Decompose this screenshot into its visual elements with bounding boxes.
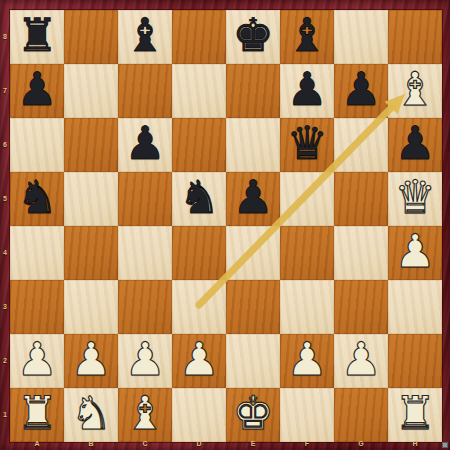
- square-d4[interactable]: [172, 226, 226, 280]
- piece-white-knight-b1[interactable]: ♞: [70, 390, 111, 436]
- square-h7[interactable]: ♝: [388, 64, 442, 118]
- file-label-f: F: [280, 440, 334, 447]
- rank-label-4: 4: [0, 249, 10, 256]
- square-e3[interactable]: [226, 280, 280, 334]
- piece-white-pawn-d2[interactable]: ♟: [178, 336, 219, 382]
- rank-label-7: 7: [0, 87, 10, 94]
- square-b8[interactable]: [64, 10, 118, 64]
- square-e1[interactable]: ♚: [226, 388, 280, 442]
- square-g6[interactable]: [334, 118, 388, 172]
- square-a1[interactable]: ♜: [10, 388, 64, 442]
- piece-white-rook-h1[interactable]: ♜: [394, 390, 435, 436]
- piece-white-bishop-h7[interactable]: ♝: [394, 66, 435, 112]
- square-a7[interactable]: ♟: [10, 64, 64, 118]
- piece-white-pawn-a2[interactable]: ♟: [16, 336, 57, 382]
- square-d8[interactable]: [172, 10, 226, 64]
- square-h4[interactable]: ♟: [388, 226, 442, 280]
- square-a3[interactable]: [10, 280, 64, 334]
- square-a8[interactable]: ♜: [10, 10, 64, 64]
- square-b7[interactable]: [64, 64, 118, 118]
- square-f5[interactable]: [280, 172, 334, 226]
- square-g7[interactable]: ♟: [334, 64, 388, 118]
- piece-black-bishop-c8[interactable]: ♝: [124, 12, 165, 58]
- file-label-a: A: [10, 440, 64, 447]
- piece-black-rook-a8[interactable]: ♜: [16, 12, 57, 58]
- square-h3[interactable]: [388, 280, 442, 334]
- piece-black-pawn-h6[interactable]: ♟: [394, 120, 435, 166]
- square-g1[interactable]: [334, 388, 388, 442]
- square-d5[interactable]: ♞: [172, 172, 226, 226]
- square-b6[interactable]: [64, 118, 118, 172]
- square-b3[interactable]: [64, 280, 118, 334]
- square-b1[interactable]: ♞: [64, 388, 118, 442]
- rank-label-2: 2: [0, 357, 10, 364]
- square-c6[interactable]: ♟: [118, 118, 172, 172]
- file-label-e: E: [226, 440, 280, 447]
- square-g2[interactable]: ♟: [334, 334, 388, 388]
- square-a6[interactable]: [10, 118, 64, 172]
- piece-black-knight-a5[interactable]: ♞: [16, 174, 57, 220]
- piece-black-pawn-g7[interactable]: ♟: [340, 66, 381, 112]
- square-b5[interactable]: [64, 172, 118, 226]
- square-c3[interactable]: [118, 280, 172, 334]
- piece-black-bishop-f8[interactable]: ♝: [286, 12, 327, 58]
- file-label-b: B: [64, 440, 118, 447]
- square-e4[interactable]: [226, 226, 280, 280]
- chess-board: ♜♝♚♝♟♟♟♝♟♛♟♞♞♟♛♟♟♟♟♟♟♟♜♞♝♚♜: [10, 10, 442, 442]
- square-f3[interactable]: [280, 280, 334, 334]
- piece-black-pawn-a7[interactable]: ♟: [16, 66, 57, 112]
- square-f4[interactable]: [280, 226, 334, 280]
- piece-white-pawn-g2[interactable]: ♟: [340, 336, 381, 382]
- square-h2[interactable]: [388, 334, 442, 388]
- square-f8[interactable]: ♝: [280, 10, 334, 64]
- file-label-g: G: [334, 440, 388, 447]
- square-d3[interactable]: [172, 280, 226, 334]
- square-c7[interactable]: [118, 64, 172, 118]
- piece-black-pawn-e5[interactable]: ♟: [232, 174, 273, 220]
- square-b2[interactable]: ♟: [64, 334, 118, 388]
- square-c4[interactable]: [118, 226, 172, 280]
- square-d7[interactable]: [172, 64, 226, 118]
- piece-white-pawn-h4[interactable]: ♟: [394, 228, 435, 274]
- square-g4[interactable]: [334, 226, 388, 280]
- square-h8[interactable]: [388, 10, 442, 64]
- rank-label-5: 5: [0, 195, 10, 202]
- square-f6[interactable]: ♛: [280, 118, 334, 172]
- square-d6[interactable]: [172, 118, 226, 172]
- square-f1[interactable]: [280, 388, 334, 442]
- piece-black-pawn-f7[interactable]: ♟: [286, 66, 327, 112]
- piece-white-pawn-c2[interactable]: ♟: [124, 336, 165, 382]
- square-h5[interactable]: ♛: [388, 172, 442, 226]
- square-h1[interactable]: ♜: [388, 388, 442, 442]
- piece-white-pawn-b2[interactable]: ♟: [70, 336, 111, 382]
- square-g8[interactable]: [334, 10, 388, 64]
- piece-black-pawn-c6[interactable]: ♟: [124, 120, 165, 166]
- square-c5[interactable]: [118, 172, 172, 226]
- square-c1[interactable]: ♝: [118, 388, 172, 442]
- square-e5[interactable]: ♟: [226, 172, 280, 226]
- square-c8[interactable]: ♝: [118, 10, 172, 64]
- square-e2[interactable]: [226, 334, 280, 388]
- square-c2[interactable]: ♟: [118, 334, 172, 388]
- square-b4[interactable]: [64, 226, 118, 280]
- square-g3[interactable]: [334, 280, 388, 334]
- square-d1[interactable]: [172, 388, 226, 442]
- rank-label-6: 6: [0, 141, 10, 148]
- piece-black-knight-d5[interactable]: ♞: [178, 174, 219, 220]
- square-a2[interactable]: ♟: [10, 334, 64, 388]
- square-h6[interactable]: ♟: [388, 118, 442, 172]
- square-g5[interactable]: [334, 172, 388, 226]
- file-label-d: D: [172, 440, 226, 447]
- square-d2[interactable]: ♟: [172, 334, 226, 388]
- square-e8[interactable]: ♚: [226, 10, 280, 64]
- piece-white-bishop-c1[interactable]: ♝: [124, 390, 165, 436]
- rank-label-1: 1: [0, 411, 10, 418]
- square-e6[interactable]: [226, 118, 280, 172]
- piece-white-king-e1[interactable]: ♚: [232, 390, 273, 436]
- rank-label-8: 8: [0, 33, 10, 40]
- square-e7[interactable]: [226, 64, 280, 118]
- piece-white-pawn-f2[interactable]: ♟: [286, 336, 327, 382]
- piece-black-king-e8[interactable]: ♚: [232, 12, 273, 58]
- board-resize-handle[interactable]: [442, 442, 448, 448]
- piece-black-queen-f6[interactable]: ♛: [286, 120, 327, 166]
- square-f7[interactable]: ♟: [280, 64, 334, 118]
- file-label-c: C: [118, 440, 172, 447]
- piece-white-rook-a1[interactable]: ♜: [16, 390, 57, 436]
- square-a5[interactable]: ♞: [10, 172, 64, 226]
- rank-label-3: 3: [0, 303, 10, 310]
- square-f2[interactable]: ♟: [280, 334, 334, 388]
- file-label-h: H: [388, 440, 442, 447]
- piece-white-queen-h5[interactable]: ♛: [394, 174, 435, 220]
- square-a4[interactable]: [10, 226, 64, 280]
